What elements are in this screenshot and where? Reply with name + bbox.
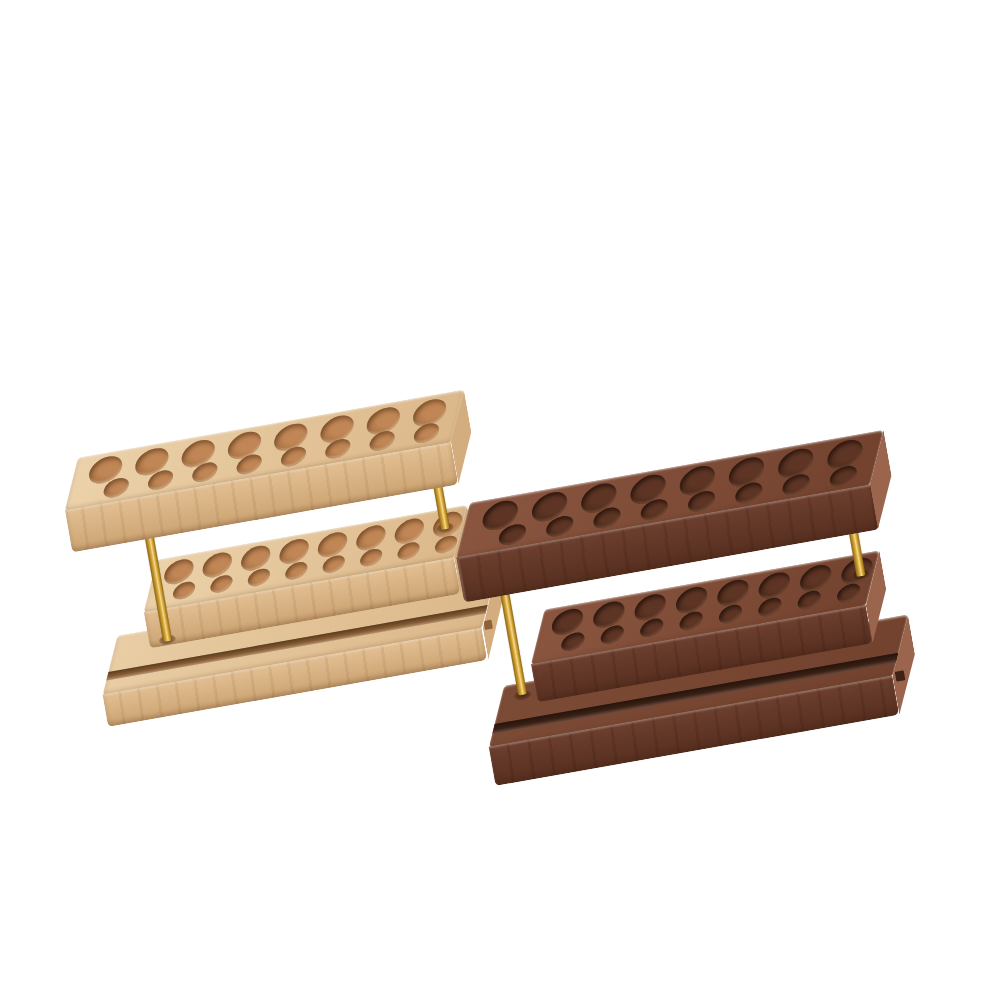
pen-hole <box>358 547 384 568</box>
pen-hole <box>828 464 860 489</box>
pen-hole <box>246 567 272 588</box>
pen-hole <box>835 582 862 604</box>
pen-hole <box>234 453 263 476</box>
pen-hole <box>209 574 235 595</box>
pen-hole <box>678 610 705 632</box>
pen-hole <box>544 514 576 539</box>
pen-hole <box>190 460 219 483</box>
pen-hole <box>321 554 347 575</box>
product-photo-canvas <box>0 0 1000 1000</box>
pen-hole <box>591 505 623 530</box>
pen-hole <box>279 445 308 468</box>
dark-rack-groove-notch <box>895 671 906 682</box>
brass-pillar-left <box>500 592 527 696</box>
pen-hole <box>796 589 823 611</box>
pen-hole <box>412 421 441 444</box>
pen-hole <box>396 541 422 562</box>
pen-hole <box>638 617 665 639</box>
pen-hole <box>367 429 396 452</box>
pen-hole <box>686 489 718 514</box>
pen-hole <box>733 480 765 505</box>
pen-hole <box>559 631 586 653</box>
pen-hole <box>323 437 352 460</box>
pen-hole <box>780 472 812 497</box>
pen-hole <box>171 580 197 601</box>
pen-hole <box>497 522 529 547</box>
pen-hole <box>638 497 670 522</box>
pen-hole <box>599 624 626 646</box>
pen-hole <box>756 596 783 618</box>
pen-hole <box>102 476 131 499</box>
pen-hole <box>433 534 459 555</box>
pen-hole <box>717 603 744 625</box>
pen-hole <box>283 560 309 581</box>
pen-hole <box>146 468 175 491</box>
